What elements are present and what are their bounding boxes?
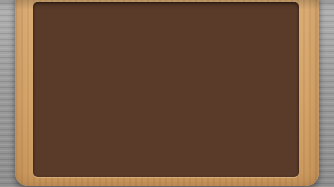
board-grid-backing xyxy=(33,2,299,178)
game-screen xyxy=(0,0,334,187)
